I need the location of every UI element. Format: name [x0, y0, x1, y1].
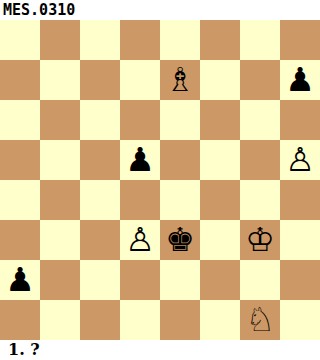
square-f2[interactable]: [200, 260, 240, 300]
square-h5[interactable]: ♙: [280, 140, 320, 180]
square-h4[interactable]: [280, 180, 320, 220]
white-bishop: ♗: [165, 60, 195, 100]
square-h1[interactable]: [280, 300, 320, 340]
square-a2[interactable]: ♟: [0, 260, 40, 300]
footer-bar: 1. ?: [0, 340, 320, 360]
square-b8[interactable]: [40, 20, 80, 60]
square-g2[interactable]: [240, 260, 280, 300]
square-b6[interactable]: [40, 100, 80, 140]
title-bar: MES.0310: [0, 0, 320, 20]
square-d4[interactable]: [120, 180, 160, 220]
square-c8[interactable]: [80, 20, 120, 60]
square-e8[interactable]: [160, 20, 200, 60]
square-f5[interactable]: [200, 140, 240, 180]
square-h7[interactable]: ♟: [280, 60, 320, 100]
square-d2[interactable]: [120, 260, 160, 300]
black-pawn: ♟: [125, 140, 155, 180]
square-e6[interactable]: [160, 100, 200, 140]
square-e7[interactable]: ♗: [160, 60, 200, 100]
square-d3[interactable]: ♙: [120, 220, 160, 260]
square-b2[interactable]: [40, 260, 80, 300]
square-d5[interactable]: ♟: [120, 140, 160, 180]
square-b3[interactable]: [40, 220, 80, 260]
square-f8[interactable]: [200, 20, 240, 60]
square-a6[interactable]: [0, 100, 40, 140]
square-h8[interactable]: [280, 20, 320, 60]
square-e1[interactable]: [160, 300, 200, 340]
square-f1[interactable]: [200, 300, 240, 340]
square-b7[interactable]: [40, 60, 80, 100]
square-g8[interactable]: [240, 20, 280, 60]
square-h3[interactable]: [280, 220, 320, 260]
white-pawn: ♙: [125, 220, 155, 260]
square-c2[interactable]: [80, 260, 120, 300]
move-prompt: 1. ?: [8, 340, 40, 360]
square-b5[interactable]: [40, 140, 80, 180]
square-e3[interactable]: ♚: [160, 220, 200, 260]
square-f7[interactable]: [200, 60, 240, 100]
square-c7[interactable]: [80, 60, 120, 100]
square-g3[interactable]: ♔: [240, 220, 280, 260]
square-b4[interactable]: [40, 180, 80, 220]
square-h2[interactable]: [280, 260, 320, 300]
white-knight: ♘: [245, 300, 275, 340]
square-e5[interactable]: [160, 140, 200, 180]
square-a8[interactable]: [0, 20, 40, 60]
square-a5[interactable]: [0, 140, 40, 180]
square-d1[interactable]: [120, 300, 160, 340]
black-pawn: ♟: [285, 60, 315, 100]
white-pawn: ♙: [285, 140, 315, 180]
square-a3[interactable]: [0, 220, 40, 260]
page-title: MES.0310: [3, 0, 75, 20]
square-g1[interactable]: ♘: [240, 300, 280, 340]
square-d8[interactable]: [120, 20, 160, 60]
square-a7[interactable]: [0, 60, 40, 100]
black-pawn: ♟: [5, 260, 35, 300]
square-e2[interactable]: [160, 260, 200, 300]
square-g5[interactable]: [240, 140, 280, 180]
square-e4[interactable]: [160, 180, 200, 220]
square-h6[interactable]: [280, 100, 320, 140]
chess-board: ♗♟♟♙♙♚♔♟♘: [0, 20, 320, 340]
square-d6[interactable]: [120, 100, 160, 140]
square-f6[interactable]: [200, 100, 240, 140]
white-king: ♔: [245, 220, 275, 260]
square-f4[interactable]: [200, 180, 240, 220]
square-c5[interactable]: [80, 140, 120, 180]
square-c3[interactable]: [80, 220, 120, 260]
square-g4[interactable]: [240, 180, 280, 220]
square-c4[interactable]: [80, 180, 120, 220]
square-d7[interactable]: [120, 60, 160, 100]
square-c6[interactable]: [80, 100, 120, 140]
square-f3[interactable]: [200, 220, 240, 260]
black-king: ♚: [165, 220, 195, 260]
square-b1[interactable]: [40, 300, 80, 340]
square-g6[interactable]: [240, 100, 280, 140]
square-a4[interactable]: [0, 180, 40, 220]
square-g7[interactable]: [240, 60, 280, 100]
square-a1[interactable]: [0, 300, 40, 340]
chess-puzzle-page: MES.0310 ♗♟♟♙♙♚♔♟♘ 1. ?: [0, 0, 320, 360]
square-c1[interactable]: [80, 300, 120, 340]
